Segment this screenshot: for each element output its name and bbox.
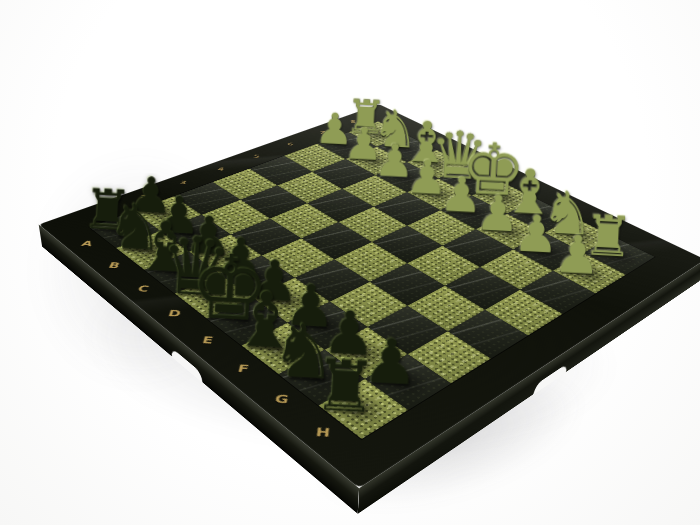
handle-notch-right (533, 363, 568, 395)
handle-notch-left (171, 347, 203, 383)
square-e4 (335, 242, 408, 282)
white-rook: ♜ (312, 351, 379, 421)
board-grid: ♜♞♝♛♚♝♞♜♟♟♟♟♟♟♟♟♟♟♟♟♟♟♟♟♜♞♝♛♚♝♞♜ (90, 121, 655, 439)
rank-label-6: 6 (277, 134, 303, 154)
chess-board: 87654321 ♜♞♝♛♚♝♞♜♟♟♟♟♟♟♟♟♟♟♟♟♟♟♟♟♜♞♝♛♚♝♞… (39, 104, 700, 488)
black-pawn: ♟ (553, 230, 602, 282)
photo-backdrop: 87654321 ♜♞♝♛♚♝♞♜♟♟♟♟♟♟♟♟♟♟♟♟♟♟♟♟♜♞♝♛♚♝♞… (0, 0, 700, 525)
rank-label-7: 7 (310, 123, 334, 142)
rank-label-8: 8 (342, 112, 365, 130)
